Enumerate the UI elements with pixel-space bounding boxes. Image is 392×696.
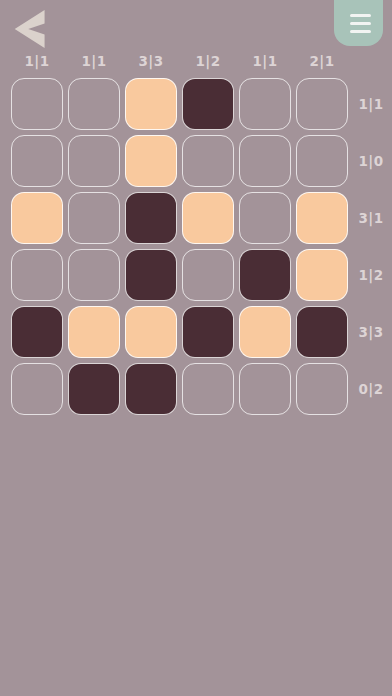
cell[interactable]: [68, 306, 120, 358]
cell[interactable]: [182, 249, 234, 301]
column-clue-4: 1|2: [182, 50, 234, 72]
cell[interactable]: [125, 78, 177, 130]
cell[interactable]: [296, 192, 348, 244]
cell[interactable]: [125, 135, 177, 187]
row-clue-2: 1|0: [352, 135, 390, 187]
column-clue-3: 3|3: [125, 50, 177, 72]
cell[interactable]: [296, 363, 348, 415]
cell[interactable]: [68, 249, 120, 301]
cell[interactable]: [296, 306, 348, 358]
row-clue-1: 1|1: [352, 78, 390, 130]
cell[interactable]: [11, 306, 63, 358]
column-clue-1: 1|1: [11, 50, 63, 72]
cell[interactable]: [182, 306, 234, 358]
row-clue-4: 1|2: [352, 249, 390, 301]
cell[interactable]: [182, 135, 234, 187]
game-screen: 1|1 1|1 3|3 1|2 1|1 2|1 1|1 1|0 3|1 1|2 …: [0, 0, 392, 696]
cell[interactable]: [182, 363, 234, 415]
cell[interactable]: [239, 78, 291, 130]
cell[interactable]: [239, 249, 291, 301]
column-clue-6: 2|1: [296, 50, 348, 72]
column-clues: 1|1 1|1 3|3 1|2 1|1 2|1: [11, 50, 348, 72]
cell[interactable]: [296, 78, 348, 130]
row-clues: 1|1 1|0 3|1 1|2 3|3 0|2: [352, 78, 390, 415]
hamburger-icon: [350, 14, 371, 33]
row-clue-6: 0|2: [352, 363, 390, 415]
cell[interactable]: [239, 135, 291, 187]
cell[interactable]: [125, 363, 177, 415]
back-button[interactable]: [14, 10, 48, 48]
cell[interactable]: [239, 192, 291, 244]
cell[interactable]: [11, 192, 63, 244]
cell[interactable]: [68, 363, 120, 415]
cell[interactable]: [11, 78, 63, 130]
menu-button[interactable]: [334, 0, 383, 46]
cell[interactable]: [125, 306, 177, 358]
cell[interactable]: [11, 249, 63, 301]
column-clue-2: 1|1: [68, 50, 120, 72]
column-clue-5: 1|1: [239, 50, 291, 72]
cell[interactable]: [11, 363, 63, 415]
cell[interactable]: [182, 78, 234, 130]
chevron-left-icon: [14, 10, 48, 48]
cell[interactable]: [296, 249, 348, 301]
cell[interactable]: [182, 192, 234, 244]
cell[interactable]: [68, 192, 120, 244]
row-clue-3: 3|1: [352, 192, 390, 244]
cell[interactable]: [239, 306, 291, 358]
cell[interactable]: [239, 363, 291, 415]
cell[interactable]: [11, 135, 63, 187]
cell[interactable]: [125, 192, 177, 244]
cell[interactable]: [68, 135, 120, 187]
puzzle-board: [11, 78, 348, 415]
cell[interactable]: [296, 135, 348, 187]
cell[interactable]: [125, 249, 177, 301]
row-clue-5: 3|3: [352, 306, 390, 358]
cell[interactable]: [68, 78, 120, 130]
